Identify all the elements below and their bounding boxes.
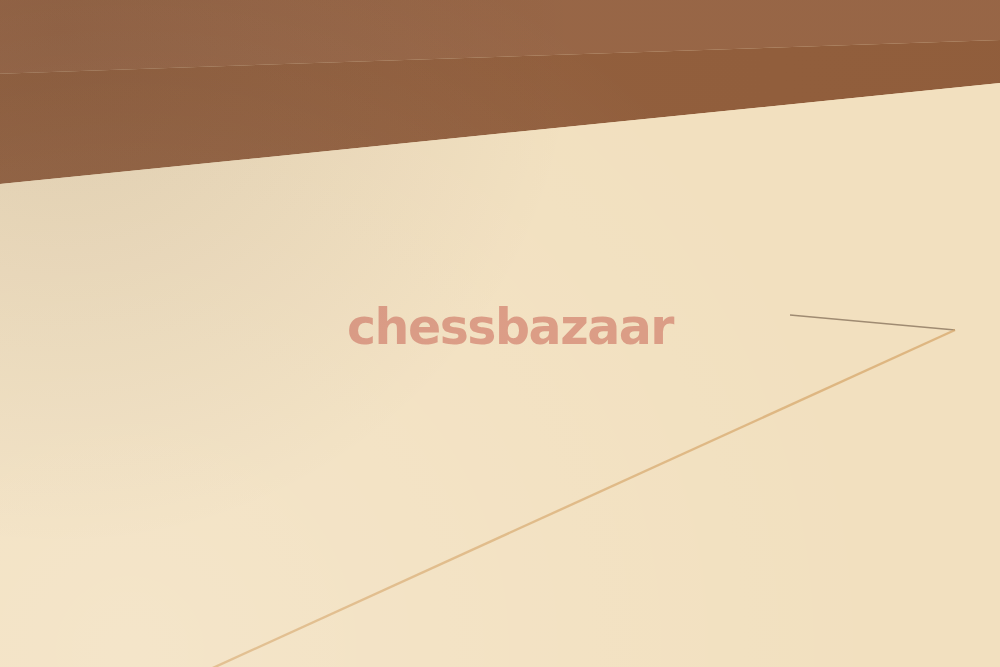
chessboard-photo <box>0 0 1000 667</box>
product-photo-stage: chessbazaar <box>0 0 1000 667</box>
shadow-overlay <box>0 0 1000 667</box>
chessboard-svg <box>0 0 1000 667</box>
